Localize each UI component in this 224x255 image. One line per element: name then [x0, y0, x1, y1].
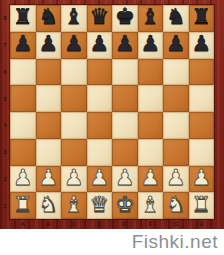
- watermark-text: Fishki.net: [132, 231, 218, 253]
- square-g3[interactable]: [163, 139, 189, 166]
- square-c7[interactable]: ♟: [61, 32, 87, 59]
- piece-black-rook[interactable]: ♜: [191, 6, 211, 28]
- piece-white-rook[interactable]: ♜: [13, 194, 33, 216]
- piece-white-queen[interactable]: ♛: [89, 194, 109, 216]
- square-b3[interactable]: [36, 139, 62, 166]
- piece-white-pawn[interactable]: ♟: [140, 167, 160, 189]
- board-frame: ♜♞♝♛♚♝♞♜♟♟♟♟♟♟♟♟♟♟♟♟♟♟♟♟♜♞♝♛♚♝♞♜ 8765432…: [0, 0, 224, 229]
- square-b2[interactable]: ♟: [36, 166, 62, 193]
- chess-diagram: ♜♞♝♛♚♝♞♜♟♟♟♟♟♟♟♟♟♟♟♟♟♟♟♟♜♞♝♛♚♝♞♜ 8765432…: [0, 0, 224, 255]
- square-d7[interactable]: ♟: [87, 32, 113, 59]
- square-a8[interactable]: ♜: [10, 5, 36, 32]
- piece-black-rook[interactable]: ♜: [13, 6, 33, 28]
- piece-black-pawn[interactable]: ♟: [166, 33, 186, 55]
- board-grid: ♜♞♝♛♚♝♞♜♟♟♟♟♟♟♟♟♟♟♟♟♟♟♟♟♜♞♝♛♚♝♞♜: [10, 5, 214, 219]
- piece-white-pawn[interactable]: ♟: [13, 167, 33, 189]
- square-h2[interactable]: ♟: [189, 166, 215, 193]
- square-d5[interactable]: [87, 85, 113, 112]
- piece-black-pawn[interactable]: ♟: [140, 33, 160, 55]
- piece-white-pawn[interactable]: ♟: [89, 167, 109, 189]
- watermark-bar: Fishki.net: [0, 229, 224, 255]
- piece-white-pawn[interactable]: ♟: [115, 167, 135, 189]
- rank-label-3: 3: [0, 139, 10, 166]
- square-h7[interactable]: ♟: [189, 32, 215, 59]
- square-c3[interactable]: [61, 139, 87, 166]
- piece-black-pawn[interactable]: ♟: [191, 33, 211, 55]
- square-f6[interactable]: [138, 59, 164, 86]
- square-c5[interactable]: [61, 85, 87, 112]
- piece-black-pawn[interactable]: ♟: [38, 33, 58, 55]
- square-a2[interactable]: ♟: [10, 166, 36, 193]
- piece-white-bishop[interactable]: ♝: [64, 194, 84, 216]
- square-b7[interactable]: ♟: [36, 32, 62, 59]
- square-b6[interactable]: [36, 59, 62, 86]
- square-a4[interactable]: [10, 112, 36, 139]
- piece-black-pawn[interactable]: ♟: [89, 33, 109, 55]
- piece-white-bishop[interactable]: ♝: [140, 194, 160, 216]
- piece-white-rook[interactable]: ♜: [191, 194, 211, 216]
- square-d3[interactable]: [87, 139, 113, 166]
- square-f2[interactable]: ♟: [138, 166, 164, 193]
- piece-black-knight[interactable]: ♞: [38, 6, 58, 28]
- square-e6[interactable]: [112, 59, 138, 86]
- square-e5[interactable]: [112, 85, 138, 112]
- square-g5[interactable]: [163, 85, 189, 112]
- square-c1[interactable]: ♝: [61, 192, 87, 219]
- piece-black-pawn[interactable]: ♟: [115, 33, 135, 55]
- square-a1[interactable]: ♜: [10, 192, 36, 219]
- file-label-e: E: [112, 219, 138, 229]
- piece-white-pawn[interactable]: ♟: [166, 167, 186, 189]
- square-e2[interactable]: ♟: [112, 166, 138, 193]
- square-h6[interactable]: [189, 59, 215, 86]
- square-b5[interactable]: [36, 85, 62, 112]
- square-c6[interactable]: [61, 59, 87, 86]
- piece-black-bishop[interactable]: ♝: [140, 6, 160, 28]
- square-e1[interactable]: ♚: [112, 192, 138, 219]
- file-label-c: C: [61, 219, 87, 229]
- square-f1[interactable]: ♝: [138, 192, 164, 219]
- square-g1[interactable]: ♞: [163, 192, 189, 219]
- square-a3[interactable]: [10, 139, 36, 166]
- piece-black-pawn[interactable]: ♟: [13, 33, 33, 55]
- square-c2[interactable]: ♟: [61, 166, 87, 193]
- square-d8[interactable]: ♛: [87, 5, 113, 32]
- square-d6[interactable]: [87, 59, 113, 86]
- rank-label-8: 8: [0, 5, 10, 32]
- square-c4[interactable]: [61, 112, 87, 139]
- file-label-f: F: [138, 219, 164, 229]
- square-f3[interactable]: [138, 139, 164, 166]
- file-label-a: A: [10, 219, 36, 229]
- square-h4[interactable]: [189, 112, 215, 139]
- rank-label-1: 1: [0, 192, 10, 219]
- square-f8[interactable]: ♝: [138, 5, 164, 32]
- file-label-g: G: [163, 219, 189, 229]
- square-b4[interactable]: [36, 112, 62, 139]
- square-e3[interactable]: [112, 139, 138, 166]
- square-b1[interactable]: ♞: [36, 192, 62, 219]
- square-c8[interactable]: ♝: [61, 5, 87, 32]
- piece-black-pawn[interactable]: ♟: [64, 33, 84, 55]
- square-g2[interactable]: ♟: [163, 166, 189, 193]
- rank-label-4: 4: [0, 112, 10, 139]
- square-e7[interactable]: ♟: [112, 32, 138, 59]
- piece-white-knight[interactable]: ♞: [38, 194, 58, 216]
- piece-white-knight[interactable]: ♞: [166, 194, 186, 216]
- piece-black-knight[interactable]: ♞: [166, 6, 186, 28]
- file-label-h: H: [189, 219, 215, 229]
- square-a6[interactable]: [10, 59, 36, 86]
- square-g6[interactable]: [163, 59, 189, 86]
- file-label-d: D: [87, 219, 113, 229]
- piece-black-queen[interactable]: ♛: [89, 6, 109, 28]
- piece-white-pawn[interactable]: ♟: [64, 167, 84, 189]
- square-d1[interactable]: ♛: [87, 192, 113, 219]
- square-h5[interactable]: [189, 85, 215, 112]
- square-a5[interactable]: [10, 85, 36, 112]
- square-g8[interactable]: ♞: [163, 5, 189, 32]
- piece-black-king[interactable]: ♚: [115, 6, 135, 28]
- rank-label-7: 7: [0, 32, 10, 59]
- file-label-b: B: [36, 219, 62, 229]
- piece-white-pawn[interactable]: ♟: [191, 167, 211, 189]
- rank-label-2: 2: [0, 166, 10, 193]
- rank-label-5: 5: [0, 85, 10, 112]
- square-e8[interactable]: ♚: [112, 5, 138, 32]
- piece-white-king[interactable]: ♚: [115, 194, 135, 216]
- square-h3[interactable]: [189, 139, 215, 166]
- square-e4[interactable]: [112, 112, 138, 139]
- square-d4[interactable]: [87, 112, 113, 139]
- square-h1[interactable]: ♜: [189, 192, 215, 219]
- square-g7[interactable]: ♟: [163, 32, 189, 59]
- piece-black-bishop[interactable]: ♝: [64, 6, 84, 28]
- square-h8[interactable]: ♜: [189, 5, 215, 32]
- square-b8[interactable]: ♞: [36, 5, 62, 32]
- square-f7[interactable]: ♟: [138, 32, 164, 59]
- square-a7[interactable]: ♟: [10, 32, 36, 59]
- rank-label-6: 6: [0, 59, 10, 86]
- square-g4[interactable]: [163, 112, 189, 139]
- piece-white-pawn[interactable]: ♟: [38, 167, 58, 189]
- square-d2[interactable]: ♟: [87, 166, 113, 193]
- square-f4[interactable]: [138, 112, 164, 139]
- square-f5[interactable]: [138, 85, 164, 112]
